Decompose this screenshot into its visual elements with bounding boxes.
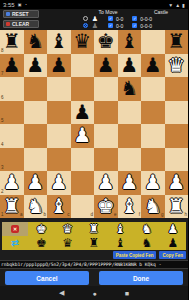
black-castle-kingside-checkbox[interactable]: ✓ xyxy=(108,23,113,28)
rank-label: 8 xyxy=(1,48,4,53)
square-g4[interactable] xyxy=(141,124,165,148)
square-f6[interactable]: ♞ xyxy=(118,77,142,101)
square-b1[interactable]: b♞ xyxy=(24,195,48,219)
screenshot-icon: ▣ xyxy=(18,2,22,7)
square-g6[interactable] xyxy=(141,77,165,101)
square-d4[interactable]: ♟ xyxy=(71,124,95,148)
clear-label: CLEAR xyxy=(12,21,29,27)
black-rook-icon: ♜ xyxy=(89,236,100,250)
square-f8[interactable]: ♝ xyxy=(118,30,142,54)
palette-black-king[interactable]: ♚ xyxy=(28,236,54,250)
white-pawn-piece[interactable]: ♟ xyxy=(50,171,68,195)
black-king-icon: ♚ xyxy=(36,236,47,250)
paste-fen-button[interactable]: Paste Copied Fen xyxy=(113,251,157,259)
rank-label: 6 xyxy=(1,95,4,100)
palette-black-rook[interactable]: ♜ xyxy=(81,236,107,250)
file-label: d xyxy=(90,212,93,217)
palette-black-queen[interactable]: ♛ xyxy=(55,236,81,250)
swap-tool[interactable]: ⇄ xyxy=(2,236,28,250)
palette-white-bishop[interactable]: ♝ xyxy=(107,222,133,236)
chess-board: 8♜♞♝♛♚♝♜7♟♟♟♟♟♟♛6♞5♟4♟32♟♟♟♟♟♟♟1a♜b♞c♝de… xyxy=(0,30,188,218)
data-saver-icon: ◔ xyxy=(24,2,26,7)
piece-palette: ✕♚♛♜♝♞♟⇄♚♛♜♝♞♟ xyxy=(2,222,186,250)
black-to-move-radio[interactable] xyxy=(83,23,88,28)
white-king-icon: ♚ xyxy=(36,222,47,236)
palette-white-rook[interactable]: ♜ xyxy=(81,222,107,236)
square-c1[interactable]: c♝ xyxy=(47,195,71,219)
rank-label: 5 xyxy=(1,118,4,123)
signal-icon: ▲ xyxy=(175,2,180,8)
white-to-move-row: ♟ ✓ 0-0 ✓ 0-0-0 xyxy=(83,15,185,22)
reset-icon xyxy=(6,12,10,16)
screen: 3:55 ▣ ◔ ▼ ▲ ▮ RESET CLEAR To Move Castl… xyxy=(0,0,188,300)
black-bishop-piece[interactable]: ♝ xyxy=(120,30,138,54)
square-g3[interactable] xyxy=(141,148,165,172)
square-e5[interactable] xyxy=(94,101,118,125)
white-pawn-icon: ♟ xyxy=(167,222,178,236)
square-f7[interactable]: ♟ xyxy=(118,54,142,78)
square-a3[interactable]: 3 xyxy=(0,148,24,172)
white-rook-piece[interactable]: ♜ xyxy=(3,195,21,219)
status-bar: 3:55 ▣ ◔ ▼ ▲ ▮ xyxy=(0,0,188,9)
white-pawn-piece[interactable]: ♟ xyxy=(26,171,44,195)
square-c2[interactable]: ♟ xyxy=(47,171,71,195)
black-kingside-label: 0-0 xyxy=(116,23,123,29)
square-e4[interactable] xyxy=(94,124,118,148)
white-castle-queenside-checkbox[interactable]: ✓ xyxy=(132,16,137,21)
black-king-piece[interactable]: ♚ xyxy=(97,30,115,54)
square-d3[interactable] xyxy=(71,148,95,172)
palette-white-pawn[interactable]: ♟ xyxy=(160,222,186,236)
square-h2[interactable]: ♟ xyxy=(165,171,189,195)
palette-black-bishop[interactable]: ♝ xyxy=(107,236,133,250)
square-d8[interactable]: ♛ xyxy=(71,30,95,54)
square-f5[interactable] xyxy=(118,101,142,125)
file-label: c xyxy=(67,212,69,217)
rank-label: 4 xyxy=(1,142,4,147)
black-pawn-piece[interactable]: ♟ xyxy=(3,54,21,78)
square-b8[interactable]: ♞ xyxy=(24,30,48,54)
clear-button[interactable]: CLEAR xyxy=(3,20,39,28)
square-f3[interactable] xyxy=(118,148,142,172)
black-bishop-piece[interactable]: ♝ xyxy=(50,30,68,54)
square-a5[interactable]: 5 xyxy=(0,101,24,125)
battery-icon: ▮ xyxy=(182,2,185,8)
square-e3[interactable] xyxy=(94,148,118,172)
black-pawn-icon: ♟ xyxy=(91,22,99,29)
black-pawn-piece[interactable]: ♟ xyxy=(144,54,162,78)
white-king-piece[interactable]: ♚ xyxy=(97,195,115,219)
black-bishop-icon: ♝ xyxy=(115,236,126,250)
square-a2[interactable]: 2♟ xyxy=(0,171,24,195)
square-c8[interactable]: ♝ xyxy=(47,30,71,54)
square-h4[interactable] xyxy=(165,124,189,148)
square-c3[interactable] xyxy=(47,148,71,172)
square-g1[interactable]: g♞ xyxy=(141,195,165,219)
square-b7[interactable]: ♟ xyxy=(24,54,48,78)
reset-label: RESET xyxy=(12,11,29,17)
black-knight-piece[interactable]: ♞ xyxy=(26,30,44,54)
white-bishop-piece[interactable]: ♝ xyxy=(120,195,138,219)
clear-icon xyxy=(6,22,10,26)
square-d6[interactable] xyxy=(71,77,95,101)
square-e7[interactable]: ♟ xyxy=(94,54,118,78)
black-pawn-icon: ♟ xyxy=(167,236,178,250)
file-label: f xyxy=(139,212,140,217)
palette-black-pawn[interactable]: ♟ xyxy=(160,236,186,250)
black-rook-piece[interactable]: ♜ xyxy=(3,30,21,54)
square-f4[interactable] xyxy=(118,124,142,148)
white-pawn-piece[interactable]: ♟ xyxy=(144,171,162,195)
white-queen-icon: ♛ xyxy=(62,222,73,236)
file-label: b xyxy=(43,212,46,217)
square-g2[interactable]: ♟ xyxy=(141,171,165,195)
android-nav-bar: ◀ ● ■ xyxy=(0,286,188,300)
white-bishop-piece[interactable]: ♝ xyxy=(50,195,68,219)
square-b6[interactable] xyxy=(24,77,48,101)
white-pawn-icon: ♟ xyxy=(91,15,99,22)
square-c5[interactable] xyxy=(47,101,71,125)
white-queen-piece[interactable]: ♛ xyxy=(167,54,185,78)
editor-controls: RESET CLEAR To Move Castle ♟ ✓ 0-0 ✓ 0-0… xyxy=(0,9,188,30)
square-h3[interactable] xyxy=(165,148,189,172)
reset-button[interactable]: RESET xyxy=(3,10,39,18)
copy-fen-button[interactable]: Copy Fen xyxy=(159,251,186,259)
black-castle-queenside-checkbox[interactable]: ✓ xyxy=(132,23,137,28)
white-bishop-icon: ♝ xyxy=(115,222,126,236)
white-knight-piece[interactable]: ♞ xyxy=(26,195,44,219)
file-label: a xyxy=(20,212,23,217)
done-button[interactable]: Done xyxy=(99,271,183,285)
square-e8[interactable]: ♚ xyxy=(94,30,118,54)
white-pawn-piece[interactable]: ♟ xyxy=(73,124,91,148)
rank-label: 1 xyxy=(1,212,4,217)
square-e2[interactable]: ♟ xyxy=(94,171,118,195)
delete-icon: ✕ xyxy=(11,225,19,233)
square-h7[interactable]: ♛ xyxy=(165,54,189,78)
square-b3[interactable] xyxy=(24,148,48,172)
black-pawn-piece[interactable]: ♟ xyxy=(50,54,68,78)
white-knight-icon: ♞ xyxy=(141,222,152,236)
file-label: e xyxy=(114,212,117,217)
white-rook-piece[interactable]: ♜ xyxy=(167,195,185,219)
square-b4[interactable] xyxy=(24,124,48,148)
white-pawn-piece[interactable]: ♟ xyxy=(167,171,185,195)
square-d2[interactable] xyxy=(71,171,95,195)
lower-panel: ✕♚♛♜♝♞♟⇄♚♛♜♝♞♟ Paste Copied Fen Copy Fen… xyxy=(0,218,188,300)
rank-label: 7 xyxy=(1,71,4,76)
file-label: g xyxy=(161,212,164,217)
delete-tool[interactable]: ✕ xyxy=(2,222,28,236)
square-f1[interactable]: f♝ xyxy=(118,195,142,219)
square-h5[interactable] xyxy=(165,101,189,125)
home-icon[interactable]: ● xyxy=(92,290,96,297)
square-g8[interactable] xyxy=(141,30,165,54)
square-d5[interactable]: ♟ xyxy=(71,101,95,125)
white-rook-icon: ♜ xyxy=(89,222,100,236)
white-to-move-radio[interactable] xyxy=(83,16,88,21)
square-e6[interactable] xyxy=(94,77,118,101)
square-h6[interactable] xyxy=(165,77,189,101)
square-e1[interactable]: e♚ xyxy=(94,195,118,219)
square-d7[interactable] xyxy=(71,54,95,78)
square-a4[interactable]: 4 xyxy=(0,124,24,148)
square-c6[interactable] xyxy=(47,77,71,101)
square-a1[interactable]: 1a♜ xyxy=(0,195,24,219)
black-pawn-piece[interactable]: ♟ xyxy=(26,54,44,78)
swap-icon: ⇄ xyxy=(11,238,19,248)
square-h1[interactable]: h♜ xyxy=(165,195,189,219)
wifi-icon: ▼ xyxy=(168,2,173,8)
palette-white-queen[interactable]: ♛ xyxy=(55,222,81,236)
white-castle-kingside-checkbox[interactable]: ✓ xyxy=(108,16,113,21)
cancel-button[interactable]: Cancel xyxy=(5,271,89,285)
black-to-move-row: ♟ ✓ 0-0 ✓ 0-0-0 xyxy=(83,22,185,29)
square-b5[interactable] xyxy=(24,101,48,125)
black-knight-piece[interactable]: ♞ xyxy=(120,77,138,101)
white-knight-piece[interactable]: ♞ xyxy=(144,195,162,219)
black-queenside-label: 0-0-0 xyxy=(140,23,152,29)
square-c4[interactable] xyxy=(47,124,71,148)
black-pawn-piece[interactable]: ♟ xyxy=(73,101,91,125)
clock-text: 3:55 xyxy=(3,2,15,8)
black-queen-icon: ♛ xyxy=(62,236,73,250)
rank-label: 2 xyxy=(1,189,4,194)
fen-input[interactable]: rnbqkb1r/ppp1pppQ/5n2/3p4/3P4/8/PPP1PPPP… xyxy=(0,260,188,269)
back-icon[interactable]: ◀ xyxy=(59,289,64,297)
square-c7[interactable]: ♟ xyxy=(47,54,71,78)
white-pawn-piece[interactable]: ♟ xyxy=(120,171,138,195)
white-pawn-piece[interactable]: ♟ xyxy=(97,171,115,195)
black-knight-icon: ♞ xyxy=(141,236,152,250)
square-d1[interactable]: d xyxy=(71,195,95,219)
palette-white-king[interactable]: ♚ xyxy=(28,222,54,236)
palette-black-knight[interactable]: ♞ xyxy=(133,236,159,250)
square-g5[interactable] xyxy=(141,101,165,125)
square-a7[interactable]: 7♟ xyxy=(0,54,24,78)
square-f2[interactable]: ♟ xyxy=(118,171,142,195)
recents-icon[interactable]: ■ xyxy=(125,290,129,297)
black-rook-piece[interactable]: ♜ xyxy=(167,30,185,54)
white-kingside-label: 0-0 xyxy=(116,16,123,22)
white-queenside-label: 0-0-0 xyxy=(140,16,152,22)
square-b2[interactable]: ♟ xyxy=(24,171,48,195)
black-pawn-piece[interactable]: ♟ xyxy=(97,54,115,78)
black-queen-piece[interactable]: ♛ xyxy=(73,30,91,54)
square-h8[interactable]: ♜ xyxy=(165,30,189,54)
square-g7[interactable]: ♟ xyxy=(141,54,165,78)
palette-white-knight[interactable]: ♞ xyxy=(133,222,159,236)
file-label: h xyxy=(184,212,187,217)
white-pawn-piece[interactable]: ♟ xyxy=(3,171,21,195)
square-a8[interactable]: 8♜ xyxy=(0,30,24,54)
black-pawn-piece[interactable]: ♟ xyxy=(120,54,138,78)
square-a6[interactable]: 6 xyxy=(0,77,24,101)
